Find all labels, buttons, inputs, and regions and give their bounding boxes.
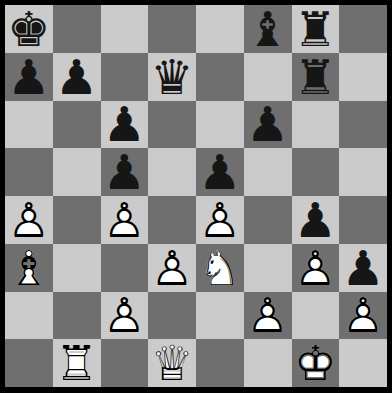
square-a5[interactable] [5,148,53,196]
piece-black-queen: ♛ [148,53,196,101]
square-g1[interactable]: ♚♔ [292,339,340,387]
piece-black-pawn: ♟ [244,101,292,149]
square-g7[interactable]: ♜ [292,53,340,101]
piece-white-pawn: ♟♙ [101,196,149,244]
square-b3[interactable] [53,244,101,292]
piece-black-pawn: ♟ [101,148,149,196]
square-e1[interactable] [196,339,244,387]
square-e6[interactable] [196,101,244,149]
square-a1[interactable] [5,339,53,387]
square-c8[interactable] [101,5,149,53]
square-a3[interactable]: ♝♗ [5,244,53,292]
square-e4[interactable]: ♟♙ [196,196,244,244]
square-h7[interactable] [339,53,387,101]
square-f2[interactable]: ♟♙ [244,292,292,340]
square-f8[interactable]: ♝ [244,5,292,53]
square-c5[interactable]: ♟ [101,148,149,196]
square-g5[interactable] [292,148,340,196]
square-c3[interactable] [101,244,149,292]
square-h4[interactable] [339,196,387,244]
piece-white-pawn: ♟♙ [196,196,244,244]
square-g2[interactable] [292,292,340,340]
square-d2[interactable] [148,292,196,340]
square-f6[interactable]: ♟ [244,101,292,149]
square-d4[interactable] [148,196,196,244]
square-d6[interactable] [148,101,196,149]
square-e8[interactable] [196,5,244,53]
piece-black-king: ♚ [5,5,53,53]
piece-black-pawn: ♟ [5,53,53,101]
piece-white-pawn: ♟♙ [101,292,149,340]
square-e3[interactable]: ♞♘ [196,244,244,292]
square-a4[interactable]: ♟♙ [5,196,53,244]
piece-black-pawn: ♟ [53,53,101,101]
square-f4[interactable] [244,196,292,244]
piece-black-pawn: ♟ [196,148,244,196]
square-d3[interactable]: ♟♙ [148,244,196,292]
square-d1[interactable]: ♛♕ [148,339,196,387]
square-c4[interactable]: ♟♙ [101,196,149,244]
piece-white-pawn: ♟♙ [5,196,53,244]
square-e5[interactable]: ♟ [196,148,244,196]
square-b5[interactable] [53,148,101,196]
square-c2[interactable]: ♟♙ [101,292,149,340]
square-g8[interactable]: ♜ [292,5,340,53]
piece-black-rook: ♜ [292,5,340,53]
square-h3[interactable]: ♟ [339,244,387,292]
square-g4[interactable]: ♟ [292,196,340,244]
square-f3[interactable] [244,244,292,292]
square-b2[interactable] [53,292,101,340]
square-g3[interactable]: ♟♙ [292,244,340,292]
square-h8[interactable] [339,5,387,53]
square-e2[interactable] [196,292,244,340]
piece-white-rook: ♜♖ [53,339,101,387]
piece-black-pawn: ♟ [101,101,149,149]
square-c6[interactable]: ♟ [101,101,149,149]
square-c1[interactable] [101,339,149,387]
square-b4[interactable] [53,196,101,244]
square-a8[interactable]: ♚ [5,5,53,53]
square-a6[interactable] [5,101,53,149]
square-h2[interactable]: ♟♙ [339,292,387,340]
square-c7[interactable] [101,53,149,101]
piece-white-pawn: ♟♙ [292,244,340,292]
square-g6[interactable] [292,101,340,149]
square-f1[interactable] [244,339,292,387]
square-e7[interactable] [196,53,244,101]
square-b7[interactable]: ♟ [53,53,101,101]
piece-black-pawn: ♟ [339,244,387,292]
square-a2[interactable] [5,292,53,340]
square-f5[interactable] [244,148,292,196]
square-f7[interactable] [244,53,292,101]
chess-board: ♚♝♜♟♟♛♜♟♟♟♟♟♙♟♙♟♙♟♝♗♟♙♞♘♟♙♟♟♙♟♙♟♙♜♖♛♕♚♔ [5,5,387,387]
square-d5[interactable] [148,148,196,196]
board-frame: ♚♝♜♟♟♛♜♟♟♟♟♟♙♟♙♟♙♟♝♗♟♙♞♘♟♙♟♟♙♟♙♟♙♜♖♛♕♚♔ [0,0,392,393]
square-b1[interactable]: ♜♖ [53,339,101,387]
square-h6[interactable] [339,101,387,149]
piece-white-bishop: ♝♗ [5,244,53,292]
square-h1[interactable] [339,339,387,387]
square-b8[interactable] [53,5,101,53]
piece-black-pawn: ♟ [292,196,340,244]
piece-white-pawn: ♟♙ [244,292,292,340]
piece-white-knight: ♞♘ [196,244,244,292]
square-d8[interactable] [148,5,196,53]
square-h5[interactable] [339,148,387,196]
piece-black-rook: ♜ [292,53,340,101]
square-d7[interactable]: ♛ [148,53,196,101]
piece-white-pawn: ♟♙ [148,244,196,292]
piece-white-king: ♚♔ [292,339,340,387]
square-a7[interactable]: ♟ [5,53,53,101]
square-b6[interactable] [53,101,101,149]
piece-white-queen: ♛♕ [148,339,196,387]
piece-white-pawn: ♟♙ [339,292,387,340]
piece-black-bishop: ♝ [244,5,292,53]
